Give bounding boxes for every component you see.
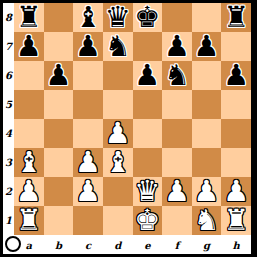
white-king: ♚ (134, 206, 160, 235)
square-b1[interactable] (44, 206, 74, 235)
square-h8[interactable]: ♜ (221, 3, 251, 32)
rank-label-1: 1 (3, 206, 14, 235)
square-g7[interactable]: ♟ (192, 32, 222, 61)
black-bishop: ♝ (75, 3, 101, 32)
black-knight: ♞ (105, 32, 131, 61)
square-d3[interactable]: ♝ (103, 148, 133, 177)
square-f4[interactable] (162, 119, 192, 148)
square-h2[interactable]: ♟ (221, 177, 251, 206)
square-e1[interactable]: ♚ (133, 206, 163, 235)
square-g4[interactable] (192, 119, 222, 148)
square-h3[interactable] (221, 148, 251, 177)
file-labels: abcdefgh (14, 235, 251, 255)
square-f3[interactable] (162, 148, 192, 177)
file-label-e: e (133, 235, 163, 255)
square-b4[interactable] (44, 119, 74, 148)
move-indicator-circle-icon (5, 236, 21, 252)
file-label-d: d (103, 235, 133, 255)
square-c6[interactable] (73, 61, 103, 90)
file-label-h: h (221, 235, 251, 255)
square-g5[interactable] (192, 90, 222, 119)
square-c5[interactable] (73, 90, 103, 119)
square-b3[interactable] (44, 148, 74, 177)
square-a8[interactable]: ♜ (14, 3, 44, 32)
square-d8[interactable]: ♛ (103, 3, 133, 32)
square-e7[interactable] (133, 32, 163, 61)
rank-label-8: 8 (3, 3, 14, 32)
square-h6[interactable]: ♟ (221, 61, 251, 90)
black-rook: ♜ (16, 3, 42, 32)
square-c2[interactable]: ♟ (73, 177, 103, 206)
square-f6[interactable]: ♞ (162, 61, 192, 90)
square-f5[interactable] (162, 90, 192, 119)
square-g8[interactable] (192, 3, 222, 32)
square-e4[interactable] (133, 119, 163, 148)
white-knight: ♞ (194, 206, 220, 235)
square-e6[interactable]: ♟ (133, 61, 163, 90)
black-knight: ♞ (164, 61, 190, 90)
square-h7[interactable] (221, 32, 251, 61)
white-pawn: ♟ (194, 177, 220, 206)
square-h1[interactable]: ♜ (221, 206, 251, 235)
file-label-f: f (162, 235, 192, 255)
square-b8[interactable] (44, 3, 74, 32)
rank-label-6: 6 (3, 61, 14, 90)
square-f2[interactable]: ♟ (162, 177, 192, 206)
white-bishop: ♝ (105, 148, 131, 177)
rank-label-4: 4 (3, 119, 14, 148)
black-rook: ♜ (223, 3, 249, 32)
black-pawn: ♟ (75, 32, 101, 61)
square-f7[interactable]: ♟ (162, 32, 192, 61)
file-label-g: g (192, 235, 222, 255)
chess-diagram: 87654321 ♜♝♛♚♜♟♟♞♟♟♟♟♞♟♟♝♟♝♟♟♛♟♟♟♜♚♞♜ ab… (0, 0, 257, 257)
chess-board: ♜♝♛♚♜♟♟♞♟♟♟♟♞♟♟♝♟♝♟♟♛♟♟♟♜♚♞♜ (14, 3, 251, 235)
square-a5[interactable] (14, 90, 44, 119)
square-a6[interactable] (14, 61, 44, 90)
square-h5[interactable] (221, 90, 251, 119)
white-queen: ♛ (134, 177, 160, 206)
black-pawn: ♟ (223, 61, 249, 90)
black-pawn: ♟ (134, 61, 160, 90)
white-pawn: ♟ (223, 177, 249, 206)
square-c4[interactable] (73, 119, 103, 148)
white-pawn: ♟ (105, 119, 131, 148)
square-c7[interactable]: ♟ (73, 32, 103, 61)
rank-label-2: 2 (3, 177, 14, 206)
white-bishop: ♝ (16, 148, 42, 177)
square-d6[interactable] (103, 61, 133, 90)
square-g2[interactable]: ♟ (192, 177, 222, 206)
square-b5[interactable] (44, 90, 74, 119)
square-a7[interactable]: ♟ (14, 32, 44, 61)
square-e5[interactable] (133, 90, 163, 119)
square-c3[interactable]: ♟ (73, 148, 103, 177)
square-b6[interactable]: ♟ (44, 61, 74, 90)
square-f1[interactable] (162, 206, 192, 235)
square-e2[interactable]: ♛ (133, 177, 163, 206)
square-e8[interactable]: ♚ (133, 3, 163, 32)
black-pawn: ♟ (45, 61, 71, 90)
square-g3[interactable] (192, 148, 222, 177)
square-d1[interactable] (103, 206, 133, 235)
square-f8[interactable] (162, 3, 192, 32)
square-a2[interactable]: ♟ (14, 177, 44, 206)
square-b7[interactable] (44, 32, 74, 61)
square-a4[interactable] (14, 119, 44, 148)
black-king: ♚ (134, 3, 160, 32)
white-pawn: ♟ (75, 148, 101, 177)
rank-label-3: 3 (3, 148, 14, 177)
square-d5[interactable] (103, 90, 133, 119)
file-label-c: c (73, 235, 103, 255)
square-e3[interactable] (133, 148, 163, 177)
black-queen: ♛ (105, 3, 131, 32)
white-rook: ♜ (223, 206, 249, 235)
square-d4[interactable]: ♟ (103, 119, 133, 148)
square-c8[interactable]: ♝ (73, 3, 103, 32)
black-pawn: ♟ (194, 32, 220, 61)
square-c1[interactable] (73, 206, 103, 235)
white-pawn: ♟ (75, 177, 101, 206)
white-pawn: ♟ (164, 177, 190, 206)
black-pawn: ♟ (16, 32, 42, 61)
square-g6[interactable] (192, 61, 222, 90)
white-rook: ♜ (16, 206, 42, 235)
black-pawn: ♟ (164, 32, 190, 61)
rank-label-7: 7 (3, 32, 14, 61)
square-d2[interactable] (103, 177, 133, 206)
file-label-b: b (44, 235, 74, 255)
rank-labels: 87654321 (3, 3, 14, 235)
square-a3[interactable]: ♝ (14, 148, 44, 177)
square-b2[interactable] (44, 177, 74, 206)
square-d7[interactable]: ♞ (103, 32, 133, 61)
white-pawn: ♟ (16, 177, 42, 206)
square-g1[interactable]: ♞ (192, 206, 222, 235)
square-a1[interactable]: ♜ (14, 206, 44, 235)
rank-label-5: 5 (3, 90, 14, 119)
square-h4[interactable] (221, 119, 251, 148)
